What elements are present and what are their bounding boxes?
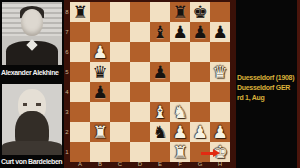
player-name-white: Alexander Alekhine — [1, 69, 64, 76]
square-d6 — [130, 42, 150, 62]
square-g4 — [190, 82, 210, 102]
white-rook-b2: ♜ — [92, 122, 107, 142]
square-a7 — [70, 22, 90, 42]
square-f1: ♜ — [170, 142, 190, 162]
file-labels: ABCDEFGH — [70, 161, 230, 168]
square-e5: ♟ — [150, 62, 170, 82]
square-b7 — [90, 22, 110, 42]
square-f8: ♜ — [170, 2, 190, 22]
black-bishop-e7: ♝ — [152, 22, 167, 42]
event-name: Duesseldorf (1908) — [237, 73, 297, 83]
event-round-date: rd 1, Aug — [237, 93, 297, 103]
square-b8 — [90, 2, 110, 22]
square-a2 — [70, 122, 90, 142]
board: ♜♜♚♝♟♟♟♟♛♟♛♟♝♞♜♞♟♟♟♜♚ — [70, 2, 230, 162]
square-c3 — [110, 102, 130, 122]
photo-curt-von-bardeleben — [2, 84, 62, 155]
square-b3 — [90, 102, 110, 122]
square-a4 — [70, 82, 90, 102]
black-knight-e2: ♞ — [152, 122, 167, 142]
square-d7 — [130, 22, 150, 42]
square-g8: ♚ — [190, 2, 210, 22]
event-site: Duesseldorf GER — [237, 83, 297, 93]
portrait-face — [21, 9, 43, 36]
square-b1 — [90, 142, 110, 162]
square-c2 — [110, 122, 130, 142]
square-f4 — [170, 82, 190, 102]
square-a5 — [70, 62, 90, 82]
file-label-e: E — [150, 161, 170, 168]
white-pawn-h2: ♟ — [212, 122, 227, 142]
square-c7 — [110, 22, 130, 42]
black-pawn-e5: ♟ — [152, 62, 167, 82]
black-queen-b5: ♛ — [92, 62, 107, 82]
photo-alexander-alekhine — [2, 2, 62, 65]
square-g7: ♟ — [190, 22, 210, 42]
thumbnail-frame: Alexander Alekhine Curt von Bardeleben 8… — [0, 0, 300, 168]
white-pawn-f2: ♟ — [172, 122, 187, 142]
square-g5 — [190, 62, 210, 82]
event-panel: Duesseldorf (1908) Duesseldorf GER rd 1,… — [236, 0, 297, 168]
square-c8 — [110, 2, 130, 22]
file-label-a: A — [70, 161, 90, 168]
square-f3: ♞ — [170, 102, 190, 122]
square-e1 — [150, 142, 170, 162]
file-label-c: C — [110, 161, 130, 168]
square-e4 — [150, 82, 170, 102]
black-king-g8: ♚ — [192, 2, 207, 22]
square-b4: ♟ — [90, 82, 110, 102]
portrait-shoulders — [2, 141, 62, 155]
board-wrap: ♜♜♚♝♟♟♟♟♛♟♛♟♝♞♜♞♟♟♟♜♚ — [70, 2, 230, 162]
board-panel: 87654321 ♜♜♚♝♟♟♟♟♛♟♛♟♝♞♜♞♟♟♟♜♚ ABCDEFGH — [64, 0, 236, 168]
square-h2: ♟ — [210, 122, 230, 142]
frame-edge-strip — [297, 0, 300, 168]
player-name-black: Curt von Bardeleben — [1, 158, 64, 165]
square-d4 — [130, 82, 150, 102]
file-label-g: G — [190, 161, 210, 168]
square-d1 — [130, 142, 150, 162]
square-g3 — [190, 102, 210, 122]
white-rook-f1: ♜ — [172, 142, 187, 162]
square-b5: ♛ — [90, 62, 110, 82]
square-a3 — [70, 102, 90, 122]
players-panel: Alexander Alekhine Curt von Bardeleben — [0, 0, 64, 168]
black-pawn-b4: ♟ — [92, 82, 107, 102]
square-c1 — [110, 142, 130, 162]
square-f5 — [170, 62, 190, 82]
square-h3 — [210, 102, 230, 122]
arrow-shaft — [201, 152, 213, 155]
square-b2: ♜ — [90, 122, 110, 142]
white-queen-h5: ♛ — [212, 62, 227, 82]
square-a1 — [70, 142, 90, 162]
square-c4 — [110, 82, 130, 102]
square-e2: ♞ — [150, 122, 170, 142]
file-label-d: D — [130, 161, 150, 168]
square-a8: ♜ — [70, 2, 90, 22]
square-e3: ♝ — [150, 102, 170, 122]
file-label-h: H — [210, 161, 230, 168]
black-pawn-g7: ♟ — [192, 22, 207, 42]
square-c6 — [110, 42, 130, 62]
arrow-head — [213, 149, 220, 157]
event-info: Duesseldorf (1908) Duesseldorf GER rd 1,… — [237, 73, 297, 103]
white-pawn-g2: ♟ — [192, 122, 207, 142]
file-label-f: F — [170, 161, 190, 168]
square-c5 — [110, 62, 130, 82]
square-e7: ♝ — [150, 22, 170, 42]
square-h7: ♟ — [210, 22, 230, 42]
square-h8 — [210, 2, 230, 22]
square-g6 — [190, 42, 210, 62]
square-e8 — [150, 2, 170, 22]
black-rook-a8: ♜ — [72, 2, 87, 22]
square-a6 — [70, 42, 90, 62]
square-f2: ♟ — [170, 122, 190, 142]
square-d8 — [130, 2, 150, 22]
square-d2 — [130, 122, 150, 142]
square-f6 — [170, 42, 190, 62]
square-d3 — [130, 102, 150, 122]
white-pawn-b6: ♟ — [92, 42, 107, 62]
square-d5 — [130, 62, 150, 82]
last-move-arrow — [201, 149, 221, 157]
file-label-b: B — [90, 161, 110, 168]
square-e6 — [150, 42, 170, 62]
portrait-eyes — [23, 103, 41, 106]
black-pawn-f7: ♟ — [172, 22, 187, 42]
black-rook-f8: ♜ — [172, 2, 187, 22]
square-h4 — [210, 82, 230, 102]
black-pawn-h7: ♟ — [212, 22, 227, 42]
square-g2: ♟ — [190, 122, 210, 142]
square-b6: ♟ — [90, 42, 110, 62]
white-knight-f3: ♞ — [172, 102, 187, 122]
square-f7: ♟ — [170, 22, 190, 42]
white-bishop-e3: ♝ — [152, 102, 167, 122]
square-h5: ♛ — [210, 62, 230, 82]
square-h6 — [210, 42, 230, 62]
